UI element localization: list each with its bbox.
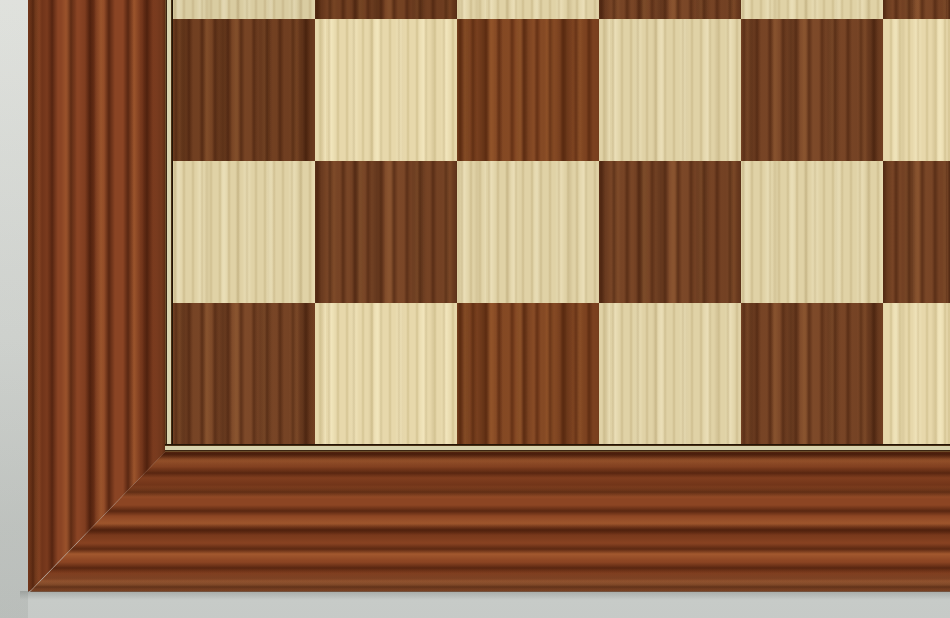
square-f2[interactable] <box>883 161 950 303</box>
square-b4[interactable] <box>315 0 457 19</box>
square-a2[interactable] <box>173 161 315 303</box>
square-a4[interactable] <box>173 0 315 19</box>
square-c3[interactable] <box>457 19 599 161</box>
square-a3[interactable] <box>173 19 315 161</box>
square-e3[interactable] <box>741 19 883 161</box>
background-shading <box>0 0 28 618</box>
board-inlay-line-left <box>165 0 173 452</box>
square-f4[interactable] <box>883 0 950 19</box>
chess-board-squares-grid <box>173 0 950 445</box>
board-drop-shadow <box>20 591 950 600</box>
photo-background <box>0 0 950 618</box>
square-c1[interactable] <box>457 303 599 445</box>
square-d1[interactable] <box>599 303 741 445</box>
square-c4[interactable] <box>457 0 599 19</box>
square-b3[interactable] <box>315 19 457 161</box>
square-e1[interactable] <box>741 303 883 445</box>
board-frame-bottom <box>28 452 950 592</box>
square-f1[interactable] <box>883 303 950 445</box>
square-f3[interactable] <box>883 19 950 161</box>
square-a1[interactable] <box>173 303 315 445</box>
square-d4[interactable] <box>599 0 741 19</box>
square-e2[interactable] <box>741 161 883 303</box>
square-d2[interactable] <box>599 161 741 303</box>
square-e4[interactable] <box>741 0 883 19</box>
board-inlay-line-bottom <box>165 444 950 452</box>
square-b1[interactable] <box>315 303 457 445</box>
square-d3[interactable] <box>599 19 741 161</box>
square-b2[interactable] <box>315 161 457 303</box>
square-c2[interactable] <box>457 161 599 303</box>
